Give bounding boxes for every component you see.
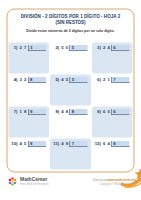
division-problem: 12)648 — [94, 141, 133, 147]
dividend-ones-digit: 5 — [23, 141, 28, 145]
problem-cell-2: 2)505 — [50, 43, 91, 74]
dividend-ones-digit: 2 — [23, 77, 28, 81]
worksheet-page: DIVISIÓN - 2 DÍGITOS POR 1 DÍGITO - HOJA… — [0, 0, 141, 200]
dividend-ones-digit: 1 — [106, 77, 111, 81]
problem-number: 4) — [11, 77, 18, 81]
website-link[interactable]: www.mathcenter.org — [107, 178, 136, 181]
footer: MathCenter Free Math for Everyone Visit … — [7, 176, 136, 187]
problem-cell-5: 5)455 — [50, 75, 91, 106]
division-bracket-answer-line: 8 — [111, 141, 129, 147]
dividend-ones-digit: 5 — [65, 77, 70, 81]
worksheet-title: DIVISIÓN - 2 DÍGITOS POR 1 DÍGITO - HOJA… — [8, 14, 134, 19]
division-problem: 7)189 — [11, 109, 50, 115]
problem-number: 7) — [11, 109, 18, 113]
problem-cell-8: 8)488 — [50, 107, 91, 138]
division-problem: 3)246 — [94, 45, 133, 51]
divisor-digit: 6 — [113, 45, 115, 50]
dividend-ones-digit: 8 — [23, 109, 28, 113]
dividend-ones-digit: 0 — [65, 45, 70, 49]
brand-name: MathCenter — [20, 177, 49, 182]
worksheet-subtitle: (SIN RESTOS) — [8, 20, 134, 25]
problem-number: 1) — [11, 45, 18, 49]
division-bracket-answer-line: 5 — [70, 45, 88, 51]
problem-number: 10) — [11, 141, 18, 145]
problem-number: 6) — [94, 77, 101, 81]
dividend-ones-digit: 4 — [106, 45, 111, 49]
footer-right: Visit us at www.mathcenter.org Copyright… — [93, 178, 136, 185]
worksheet-border-panel: DIVISIÓN - 2 DÍGITOS POR 1 DÍGITO - HOJA… — [7, 9, 135, 173]
divisor-digit: 8 — [113, 141, 115, 146]
division-bracket-answer-line: 3 — [28, 45, 46, 51]
problem-number: 8) — [52, 109, 59, 113]
problem-number: 2) — [52, 45, 59, 49]
problem-cell-6: 6)217 — [92, 75, 133, 106]
problem-cell-10: 10)459 — [9, 139, 50, 170]
problem-number: 12) — [94, 141, 101, 145]
divisor-digit: 6 — [113, 109, 115, 114]
problem-number: 3) — [94, 45, 101, 49]
problem-cell-12: 12)648 — [92, 139, 133, 170]
dividend-ones-digit: 7 — [23, 45, 28, 49]
divisor-digit: 9 — [30, 141, 32, 146]
brand-tagline: Free Math for Everyone — [20, 183, 49, 186]
division-bracket-answer-line: 9 — [28, 109, 46, 115]
worksheet-instruction: Divide estos números de 2 dígitos por un… — [8, 29, 134, 33]
division-bracket-answer-line: 7 — [70, 141, 88, 147]
division-bracket-answer-line: 8 — [28, 77, 46, 83]
division-bracket-answer-line: 6 — [111, 45, 129, 51]
copyright-text: Copyright © MathCenter 2023 — [93, 182, 136, 185]
division-problem: 4)328 — [11, 77, 50, 83]
division-problem: 2)505 — [52, 45, 91, 51]
dividend-ones-digit: 0 — [106, 109, 111, 113]
dividend-ones-digit: 4 — [106, 141, 111, 145]
division-problem: 1)273 — [11, 45, 50, 51]
division-problem: 10)459 — [11, 141, 50, 147]
divisor-digit: 8 — [72, 109, 74, 114]
division-problem: 8)488 — [52, 109, 91, 115]
brand-block: MathCenter Free Math for Everyone — [7, 176, 49, 187]
problem-number: 5) — [52, 77, 59, 81]
divisor-digit: 5 — [72, 77, 74, 82]
division-problem: 5)455 — [52, 77, 91, 83]
divisor-digit: 9 — [30, 109, 32, 114]
problems-grid: 1)2732)5053)2464)3285)4556)2177)1898)488… — [8, 42, 133, 170]
division-bracket-answer-line: 8 — [70, 109, 88, 115]
division-bracket-answer-line: 6 — [111, 109, 129, 115]
problem-number: 11) — [52, 141, 59, 145]
division-problem: 11)497 — [52, 141, 91, 147]
problem-cell-9: 9)606 — [92, 107, 133, 138]
divisor-digit: 5 — [72, 45, 74, 50]
division-problem: 9)606 — [94, 109, 133, 115]
division-bracket-answer-line: 5 — [70, 77, 88, 83]
division-bracket-answer-line: 7 — [111, 77, 129, 83]
divisor-digit: 8 — [30, 77, 32, 82]
divisor-digit: 7 — [113, 77, 115, 82]
dividend-ones-digit: 9 — [65, 141, 70, 145]
divisor-digit: 7 — [72, 141, 74, 146]
problem-cell-11: 11)497 — [50, 139, 91, 170]
problem-cell-7: 7)189 — [9, 107, 50, 138]
division-problem: 6)217 — [94, 77, 133, 83]
division-bracket-answer-line: 9 — [28, 141, 46, 147]
divisor-digit: 3 — [30, 45, 32, 50]
problem-cell-4: 4)328 — [9, 75, 50, 106]
problem-cell-1: 1)273 — [9, 43, 50, 74]
problem-number: 9) — [94, 109, 101, 113]
visit-us-text: Visit us at — [93, 178, 107, 181]
dividend-ones-digit: 8 — [65, 109, 70, 113]
mathcenter-logo-icon — [7, 176, 18, 187]
problem-cell-3: 3)246 — [92, 43, 133, 74]
